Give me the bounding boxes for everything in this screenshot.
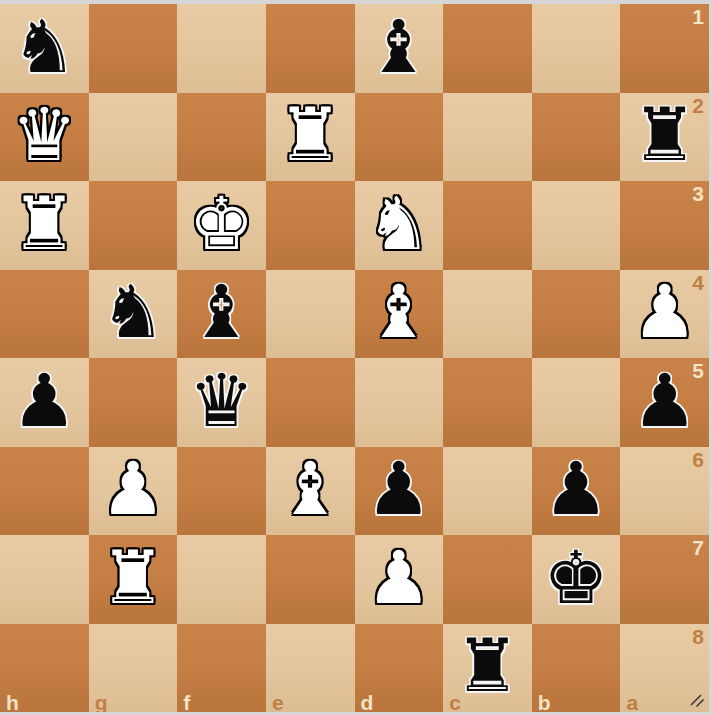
- square-a5[interactable]: ♟5: [620, 358, 709, 447]
- square-b6[interactable]: ♟: [532, 447, 621, 536]
- square-b2[interactable]: [532, 93, 621, 182]
- square-c4[interactable]: [443, 270, 532, 359]
- file-label: b: [538, 691, 551, 712]
- file-label: f: [183, 691, 190, 712]
- square-b7[interactable]: ♚: [532, 535, 621, 624]
- piece-black-bishop[interactable]: ♝: [366, 10, 431, 83]
- piece-white-pawn[interactable]: ♟: [632, 275, 697, 348]
- file-label: e: [272, 691, 284, 712]
- square-h2[interactable]: ♛: [0, 93, 89, 182]
- square-c7[interactable]: [443, 535, 532, 624]
- square-g8[interactable]: g: [89, 624, 178, 713]
- square-f2[interactable]: [177, 93, 266, 182]
- square-c6[interactable]: [443, 447, 532, 536]
- rank-label: 7: [692, 537, 704, 558]
- square-e4[interactable]: [266, 270, 355, 359]
- square-d6[interactable]: ♟: [355, 447, 444, 536]
- square-f7[interactable]: [177, 535, 266, 624]
- square-b5[interactable]: [532, 358, 621, 447]
- square-e2[interactable]: ♜: [266, 93, 355, 182]
- rank-label: 5: [692, 360, 704, 381]
- square-d5[interactable]: [355, 358, 444, 447]
- square-d2[interactable]: [355, 93, 444, 182]
- square-a7[interactable]: 7: [620, 535, 709, 624]
- square-f6[interactable]: [177, 447, 266, 536]
- piece-white-bishop[interactable]: ♝: [277, 452, 342, 525]
- square-b3[interactable]: [532, 181, 621, 270]
- piece-black-pawn[interactable]: ♟: [632, 364, 697, 437]
- piece-white-rook[interactable]: ♜: [100, 541, 165, 614]
- rank-label: 8: [692, 626, 704, 647]
- piece-black-knight[interactable]: ♞: [100, 275, 165, 348]
- square-a2[interactable]: ♜2: [620, 93, 709, 182]
- square-h8[interactable]: h: [0, 624, 89, 713]
- square-g5[interactable]: [89, 358, 178, 447]
- piece-black-bishop[interactable]: ♝: [189, 275, 254, 348]
- square-e8[interactable]: e: [266, 624, 355, 713]
- square-f4[interactable]: ♝: [177, 270, 266, 359]
- square-e5[interactable]: [266, 358, 355, 447]
- square-c5[interactable]: [443, 358, 532, 447]
- file-label: c: [449, 691, 461, 712]
- square-e6[interactable]: ♝: [266, 447, 355, 536]
- rank-label: 4: [692, 272, 704, 293]
- chess-board: ♞♝1♛♜♜2♜♚♞3♞♝♝♟4♟♛♟5♟♝♟♟6♜♟♚7hgfed♜cb8a: [0, 4, 709, 712]
- square-f5[interactable]: ♛: [177, 358, 266, 447]
- square-c2[interactable]: [443, 93, 532, 182]
- piece-white-pawn[interactable]: ♟: [366, 541, 431, 614]
- piece-white-rook[interactable]: ♜: [277, 98, 342, 171]
- square-f8[interactable]: f: [177, 624, 266, 713]
- piece-black-pawn[interactable]: ♟: [12, 364, 77, 437]
- piece-white-pawn[interactable]: ♟: [100, 452, 165, 525]
- square-e1[interactable]: [266, 4, 355, 93]
- piece-black-pawn[interactable]: ♟: [366, 452, 431, 525]
- square-d3[interactable]: ♞: [355, 181, 444, 270]
- square-h7[interactable]: [0, 535, 89, 624]
- piece-white-queen[interactable]: ♛: [12, 98, 77, 171]
- file-label: g: [95, 691, 108, 712]
- piece-black-pawn[interactable]: ♟: [543, 452, 608, 525]
- square-c3[interactable]: [443, 181, 532, 270]
- square-b1[interactable]: [532, 4, 621, 93]
- piece-white-knight[interactable]: ♞: [366, 187, 431, 260]
- square-d4[interactable]: ♝: [355, 270, 444, 359]
- square-g4[interactable]: ♞: [89, 270, 178, 359]
- square-a1[interactable]: 1: [620, 4, 709, 93]
- square-b8[interactable]: b: [532, 624, 621, 713]
- square-a3[interactable]: 3: [620, 181, 709, 270]
- piece-black-king[interactable]: ♚: [543, 541, 608, 614]
- square-b4[interactable]: [532, 270, 621, 359]
- piece-black-rook[interactable]: ♜: [632, 98, 697, 171]
- rank-label: 3: [692, 183, 704, 204]
- square-a4[interactable]: ♟4: [620, 270, 709, 359]
- square-h4[interactable]: [0, 270, 89, 359]
- rank-label: 2: [692, 95, 704, 116]
- square-e3[interactable]: [266, 181, 355, 270]
- square-d1[interactable]: ♝: [355, 4, 444, 93]
- square-h5[interactable]: ♟: [0, 358, 89, 447]
- square-g7[interactable]: ♜: [89, 535, 178, 624]
- piece-black-queen[interactable]: ♛: [189, 364, 254, 437]
- square-c1[interactable]: [443, 4, 532, 93]
- square-d7[interactable]: ♟: [355, 535, 444, 624]
- square-g2[interactable]: [89, 93, 178, 182]
- piece-white-king[interactable]: ♚: [189, 187, 254, 260]
- piece-white-bishop[interactable]: ♝: [366, 275, 431, 348]
- file-label: a: [626, 691, 638, 712]
- square-g1[interactable]: [89, 4, 178, 93]
- page-background: { "game": "chess", "view": { "perspectiv…: [0, 0, 712, 715]
- square-g6[interactable]: ♟: [89, 447, 178, 536]
- square-g3[interactable]: [89, 181, 178, 270]
- square-f3[interactable]: ♚: [177, 181, 266, 270]
- rank-label: 6: [692, 449, 704, 470]
- square-a6[interactable]: 6: [620, 447, 709, 536]
- piece-white-rook[interactable]: ♜: [12, 187, 77, 260]
- resize-handle-icon[interactable]: [688, 691, 705, 708]
- piece-black-knight[interactable]: ♞: [12, 10, 77, 83]
- square-h3[interactable]: ♜: [0, 181, 89, 270]
- piece-black-rook[interactable]: ♜: [455, 629, 520, 702]
- square-c8[interactable]: ♜c: [443, 624, 532, 713]
- square-h6[interactable]: [0, 447, 89, 536]
- square-h1[interactable]: ♞: [0, 4, 89, 93]
- square-d8[interactable]: d: [355, 624, 444, 713]
- square-f1[interactable]: [177, 4, 266, 93]
- file-label: h: [6, 691, 19, 712]
- rank-label: 1: [692, 6, 704, 27]
- square-e7[interactable]: [266, 535, 355, 624]
- file-label: d: [361, 691, 374, 712]
